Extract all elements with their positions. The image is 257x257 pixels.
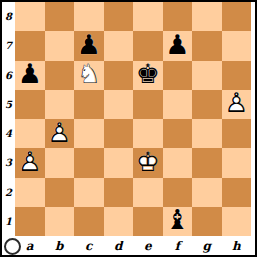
square-b2[interactable] — [45, 178, 75, 207]
square-d3[interactable] — [104, 148, 134, 177]
square-h7[interactable] — [222, 31, 252, 60]
square-h8[interactable] — [222, 2, 252, 31]
square-e4[interactable] — [133, 119, 163, 148]
square-c3[interactable] — [74, 148, 104, 177]
square-c5[interactable] — [74, 90, 104, 119]
square-b3[interactable] — [45, 148, 75, 177]
square-d8[interactable] — [104, 2, 134, 31]
square-f4[interactable] — [163, 119, 193, 148]
rank-label-3: 3 — [2, 148, 15, 177]
square-d1[interactable] — [104, 207, 134, 236]
white-king-e3: ♚♔ — [133, 148, 163, 177]
file-label-b: b — [45, 236, 75, 255]
square-a1[interactable] — [15, 207, 45, 236]
file-label-f: f — [163, 236, 193, 255]
square-c2[interactable] — [74, 178, 104, 207]
black-pawn-c7: ♟ — [74, 31, 104, 60]
black-pawn-a6: ♟ — [15, 61, 45, 90]
file-label-d: d — [104, 236, 134, 255]
square-g8[interactable] — [192, 2, 222, 31]
square-a8[interactable] — [15, 2, 45, 31]
chess-diagram: 87654321 ♟♟♟♞♘♚♟♙♟♙♟♙♚♔♝ abcdefgh — [0, 0, 257, 257]
square-c4[interactable] — [74, 119, 104, 148]
square-f8[interactable] — [163, 2, 193, 31]
square-g5[interactable] — [192, 90, 222, 119]
white-knight-c6: ♞♘ — [74, 61, 104, 90]
square-e1[interactable] — [133, 207, 163, 236]
square-f7[interactable]: ♟ — [163, 31, 193, 60]
rank-labels: 87654321 — [2, 2, 15, 236]
file-label-e: e — [133, 236, 163, 255]
square-d7[interactable] — [104, 31, 134, 60]
square-e7[interactable] — [133, 31, 163, 60]
file-label-h: h — [222, 236, 252, 255]
board: ♟♟♟♞♘♚♟♙♟♙♟♙♚♔♝ — [15, 2, 251, 236]
rank-label-7: 7 — [2, 31, 15, 60]
square-a4[interactable] — [15, 119, 45, 148]
square-g2[interactable] — [192, 178, 222, 207]
rank-label-4: 4 — [2, 119, 15, 148]
square-c8[interactable] — [74, 2, 104, 31]
square-g4[interactable] — [192, 119, 222, 148]
square-h3[interactable] — [222, 148, 252, 177]
square-f5[interactable] — [163, 90, 193, 119]
square-h2[interactable] — [222, 178, 252, 207]
square-h5[interactable]: ♟♙ — [222, 90, 252, 119]
square-a2[interactable] — [15, 178, 45, 207]
square-e6[interactable]: ♚ — [133, 61, 163, 90]
white-to-move-indicator — [4, 238, 21, 255]
square-g1[interactable] — [192, 207, 222, 236]
square-f2[interactable] — [163, 178, 193, 207]
square-b8[interactable] — [45, 2, 75, 31]
white-pawn-h5: ♟♙ — [222, 90, 252, 119]
rank-label-5: 5 — [2, 90, 15, 119]
square-f3[interactable] — [163, 148, 193, 177]
square-e3[interactable]: ♚♔ — [133, 148, 163, 177]
square-d6[interactable] — [104, 61, 134, 90]
square-b5[interactable] — [45, 90, 75, 119]
square-c7[interactable]: ♟ — [74, 31, 104, 60]
square-b1[interactable] — [45, 207, 75, 236]
diagram-inner: 87654321 ♟♟♟♞♘♚♟♙♟♙♟♙♚♔♝ abcdefgh — [2, 2, 255, 255]
square-d5[interactable] — [104, 90, 134, 119]
white-pawn-a3: ♟♙ — [15, 148, 45, 177]
square-c1[interactable] — [74, 207, 104, 236]
square-a3[interactable]: ♟♙ — [15, 148, 45, 177]
square-a7[interactable] — [15, 31, 45, 60]
square-h4[interactable] — [222, 119, 252, 148]
square-g3[interactable] — [192, 148, 222, 177]
file-label-g: g — [192, 236, 222, 255]
square-d4[interactable] — [104, 119, 134, 148]
square-h6[interactable] — [222, 61, 252, 90]
square-e5[interactable] — [133, 90, 163, 119]
square-h1[interactable] — [222, 207, 252, 236]
square-e2[interactable] — [133, 178, 163, 207]
black-king-e6: ♚ — [133, 61, 163, 90]
black-pawn-f7: ♟ — [163, 31, 193, 60]
rank-label-1: 1 — [2, 207, 15, 236]
rank-label-8: 8 — [2, 2, 15, 31]
square-c6[interactable]: ♞♘ — [74, 61, 104, 90]
square-d2[interactable] — [104, 178, 134, 207]
white-pawn-b4: ♟♙ — [45, 119, 75, 148]
square-a6[interactable]: ♟ — [15, 61, 45, 90]
square-f1[interactable]: ♝ — [163, 207, 193, 236]
square-b7[interactable] — [45, 31, 75, 60]
rank-label-2: 2 — [2, 178, 15, 207]
square-b6[interactable] — [45, 61, 75, 90]
square-g6[interactable] — [192, 61, 222, 90]
file-labels: abcdefgh — [15, 236, 251, 255]
square-b4[interactable]: ♟♙ — [45, 119, 75, 148]
square-a5[interactable] — [15, 90, 45, 119]
square-f6[interactable] — [163, 61, 193, 90]
black-bishop-f1: ♝ — [163, 207, 193, 236]
square-e8[interactable] — [133, 2, 163, 31]
rank-label-6: 6 — [2, 61, 15, 90]
file-label-c: c — [74, 236, 104, 255]
square-g7[interactable] — [192, 31, 222, 60]
